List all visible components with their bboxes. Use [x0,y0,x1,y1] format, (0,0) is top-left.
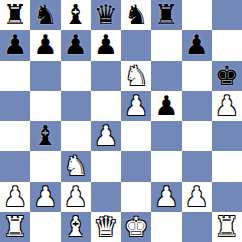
square-c7[interactable]: ♟ [61,30,91,60]
square-b1[interactable] [30,212,60,242]
piece-white-pawn[interactable]: ♟ [3,182,27,212]
piece-white-king[interactable]: ♚ [124,212,148,242]
square-b4[interactable]: ♝ [30,121,60,151]
square-h8[interactable] [212,0,242,30]
piece-white-pawn[interactable]: ♟ [185,182,209,212]
square-h1[interactable]: ♜ [212,212,242,242]
square-d1[interactable]: ♛ [91,212,121,242]
piece-white-knight[interactable]: ♞ [64,151,88,181]
square-a2[interactable]: ♟ [0,182,30,212]
square-c1[interactable]: ♝ [61,212,91,242]
square-b7[interactable]: ♟ [30,30,60,60]
square-f6[interactable] [151,61,181,91]
piece-black-pawn[interactable]: ♟ [94,30,118,60]
piece-white-queen[interactable]: ♛ [94,212,118,242]
square-a4[interactable] [0,121,30,151]
square-c4[interactable] [61,121,91,151]
piece-white-pawn[interactable]: ♟ [33,182,57,212]
square-c5[interactable] [61,91,91,121]
square-b2[interactable]: ♟ [30,182,60,212]
square-g4[interactable] [182,121,212,151]
square-g7[interactable]: ♟ [182,30,212,60]
square-a1[interactable]: ♜ [0,212,30,242]
square-d8[interactable]: ♛ [91,0,121,30]
square-h4[interactable] [212,121,242,151]
square-f8[interactable]: ♜ [151,0,181,30]
square-a8[interactable]: ♜ [0,0,30,30]
square-g3[interactable] [182,151,212,181]
piece-black-pawn[interactable]: ♟ [154,91,178,121]
square-g5[interactable] [182,91,212,121]
square-b6[interactable] [30,61,60,91]
piece-white-rook[interactable]: ♜ [3,212,27,242]
piece-black-pawn[interactable]: ♟ [64,30,88,60]
square-b8[interactable]: ♞ [30,0,60,30]
square-a3[interactable] [0,151,30,181]
piece-black-bishop[interactable]: ♝ [33,121,57,151]
square-e3[interactable] [121,151,151,181]
square-c6[interactable] [61,61,91,91]
square-f4[interactable] [151,121,181,151]
piece-white-pawn[interactable]: ♟ [215,91,239,121]
piece-white-bishop[interactable]: ♝ [64,212,88,242]
piece-black-bishop[interactable]: ♝ [64,0,88,30]
piece-white-rook[interactable]: ♜ [215,212,239,242]
square-d4[interactable]: ♟ [91,121,121,151]
square-h6[interactable]: ♚ [212,61,242,91]
square-f7[interactable] [151,30,181,60]
piece-black-knight[interactable]: ♞ [124,0,148,30]
piece-black-king[interactable]: ♚ [215,61,239,91]
piece-white-pawn[interactable]: ♟ [124,91,148,121]
chess-board-container: ♜♞♝♛♞♜♟♟♟♟♟♞♚♟♟♟♝♟♞♟♟♟♟♟♜♝♛♚♜ [0,0,242,242]
piece-white-knight[interactable]: ♞ [124,61,148,91]
piece-white-pawn[interactable]: ♟ [154,182,178,212]
square-a5[interactable] [0,91,30,121]
piece-black-pawn[interactable]: ♟ [3,30,27,60]
square-a6[interactable] [0,61,30,91]
square-h5[interactable]: ♟ [212,91,242,121]
square-b3[interactable] [30,151,60,181]
square-e6[interactable]: ♞ [121,61,151,91]
square-f3[interactable] [151,151,181,181]
square-e4[interactable] [121,121,151,151]
square-g6[interactable] [182,61,212,91]
square-g8[interactable] [182,0,212,30]
square-d3[interactable] [91,151,121,181]
piece-black-pawn[interactable]: ♟ [185,30,209,60]
piece-black-rook[interactable]: ♜ [3,0,27,30]
piece-white-pawn[interactable]: ♟ [64,182,88,212]
square-f2[interactable]: ♟ [151,182,181,212]
square-a7[interactable]: ♟ [0,30,30,60]
square-d7[interactable]: ♟ [91,30,121,60]
piece-white-pawn[interactable]: ♟ [94,121,118,151]
piece-black-rook[interactable]: ♜ [154,0,178,30]
square-c3[interactable]: ♞ [61,151,91,181]
square-f5[interactable]: ♟ [151,91,181,121]
square-f1[interactable] [151,212,181,242]
square-e5[interactable]: ♟ [121,91,151,121]
square-e1[interactable]: ♚ [121,212,151,242]
square-e2[interactable] [121,182,151,212]
square-h3[interactable] [212,151,242,181]
square-g2[interactable]: ♟ [182,182,212,212]
square-d6[interactable] [91,61,121,91]
piece-black-queen[interactable]: ♛ [94,0,118,30]
square-d2[interactable] [91,182,121,212]
square-c2[interactable]: ♟ [61,182,91,212]
chess-board: ♜♞♝♛♞♜♟♟♟♟♟♞♚♟♟♟♝♟♞♟♟♟♟♟♜♝♛♚♜ [0,0,242,242]
square-d5[interactable] [91,91,121,121]
square-e8[interactable]: ♞ [121,0,151,30]
piece-black-pawn[interactable]: ♟ [33,30,57,60]
piece-black-knight[interactable]: ♞ [33,0,57,30]
square-h7[interactable] [212,30,242,60]
square-h2[interactable] [212,182,242,212]
square-g1[interactable] [182,212,212,242]
square-c8[interactable]: ♝ [61,0,91,30]
square-e7[interactable] [121,30,151,60]
square-b5[interactable] [30,91,60,121]
